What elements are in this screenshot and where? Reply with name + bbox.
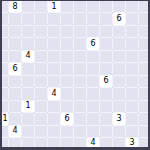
grid-cell[interactable] [113, 38, 125, 50]
grid-cell[interactable] [87, 76, 99, 88]
grid-cell[interactable] [126, 13, 138, 25]
grid-cell[interactable] [74, 51, 86, 63]
grid-cell[interactable] [61, 63, 73, 75]
grid-cell[interactable] [126, 88, 138, 100]
grid-cell[interactable] [35, 38, 47, 50]
grid-cell[interactable] [35, 113, 47, 125]
grid-cell[interactable] [87, 13, 99, 25]
grid-cell[interactable] [100, 51, 112, 63]
grid-cell[interactable] [139, 76, 148, 88]
grid-cell[interactable] [126, 51, 138, 63]
grid-cell[interactable] [9, 38, 21, 50]
grid-cell[interactable] [113, 101, 125, 113]
grid-cell[interactable] [9, 51, 21, 63]
grid-cell[interactable] [126, 1, 138, 12]
clue-cell-r1c9: 6 [113, 13, 125, 25]
grid-cell[interactable] [61, 13, 73, 25]
grid-cell[interactable] [100, 1, 112, 12]
grid-cell[interactable] [113, 1, 125, 12]
grid-cell[interactable] [2, 26, 8, 38]
grid-cell[interactable] [2, 138, 8, 147]
grid-cell[interactable] [139, 88, 148, 100]
grid-cell[interactable] [48, 138, 60, 147]
grid-cell[interactable] [139, 13, 148, 25]
grid-cell[interactable] [22, 38, 34, 50]
grid-cell[interactable] [87, 26, 99, 38]
clue-cell-r11c7: 4 [87, 138, 99, 147]
grid-cell[interactable] [126, 38, 138, 50]
grid-cell[interactable] [113, 88, 125, 100]
grid-cell[interactable] [48, 101, 60, 113]
grid-cell[interactable] [22, 76, 34, 88]
grid-cell[interactable] [113, 26, 125, 38]
grid-cell[interactable] [100, 38, 112, 50]
grid-cell[interactable] [9, 13, 21, 25]
grid-cell[interactable] [22, 113, 34, 125]
grid-cell[interactable] [9, 113, 21, 125]
clue-cell-r5c1: 6 [9, 63, 21, 75]
grid-cell[interactable] [9, 88, 21, 100]
grid-cell[interactable] [74, 1, 86, 12]
grid-cell[interactable] [22, 63, 34, 75]
grid-cell[interactable] [48, 63, 60, 75]
grid-cell[interactable] [126, 101, 138, 113]
grid-cell[interactable] [139, 38, 148, 50]
grid-cell[interactable] [100, 101, 112, 113]
grid-cell[interactable] [74, 76, 86, 88]
grid-cell[interactable] [2, 88, 8, 100]
grid-cell[interactable] [35, 63, 47, 75]
grid-cell[interactable] [113, 76, 125, 88]
grid-cell[interactable] [100, 63, 112, 75]
grid-cell[interactable] [61, 38, 73, 50]
grid-cell[interactable] [61, 1, 73, 12]
grid-cell[interactable] [74, 113, 86, 125]
grid-cell[interactable] [48, 51, 60, 63]
grid-cell[interactable] [74, 13, 86, 25]
grid-cell[interactable] [100, 13, 112, 25]
grid-cell[interactable] [61, 26, 73, 38]
grid-cell[interactable] [100, 138, 112, 147]
grid-cell[interactable] [22, 13, 34, 25]
grid-cell[interactable] [113, 126, 125, 138]
grid-cell[interactable] [48, 76, 60, 88]
grid-cell[interactable] [126, 126, 138, 138]
grid-cell[interactable] [2, 51, 8, 63]
grid-cell[interactable] [139, 26, 148, 38]
grid-cell[interactable] [139, 51, 148, 63]
grid-cell[interactable] [2, 38, 8, 50]
grid-cell[interactable] [48, 26, 60, 38]
grid-cell[interactable] [74, 26, 86, 38]
grid-cell[interactable] [9, 76, 21, 88]
grid-cell[interactable] [61, 126, 73, 138]
clue-cell-r0c4: 1 [48, 1, 60, 12]
grid-cell[interactable] [74, 88, 86, 100]
grid-cell[interactable] [87, 51, 99, 63]
grid-cell[interactable] [139, 138, 148, 147]
grid-cell[interactable] [2, 63, 8, 75]
grid-cell[interactable] [100, 126, 112, 138]
grid-cell[interactable] [87, 63, 99, 75]
grid-cell[interactable] [35, 126, 47, 138]
grid-cell[interactable] [100, 26, 112, 38]
clue-cell-r9c9: 3 [113, 113, 125, 125]
grid-cell[interactable] [139, 126, 148, 138]
grid-cell[interactable] [87, 88, 99, 100]
grid-cell[interactable] [22, 88, 34, 100]
clue-cell-r8c2: 1 [22, 101, 34, 113]
grid-cell[interactable] [126, 26, 138, 38]
grid-cell[interactable] [61, 76, 73, 88]
grid-cell[interactable] [22, 26, 34, 38]
grid-cell[interactable] [35, 26, 47, 38]
grid-cell[interactable] [9, 101, 21, 113]
grid-cell[interactable] [139, 113, 148, 125]
grid-cell[interactable] [2, 1, 8, 12]
grid-cell[interactable] [139, 1, 148, 12]
grid-cell[interactable] [126, 63, 138, 75]
grid-cell[interactable] [74, 138, 86, 147]
grid-cell[interactable] [87, 101, 99, 113]
grid-cell[interactable] [35, 51, 47, 63]
grid-cell[interactable] [35, 138, 47, 147]
grid-cell[interactable] [113, 63, 125, 75]
grid-cell[interactable] [100, 88, 112, 100]
grid-cell[interactable] [35, 1, 47, 12]
grid-cell[interactable] [87, 126, 99, 138]
grid-cell[interactable] [2, 76, 8, 88]
puzzle-grid: 816646641163443 [2, 1, 148, 147]
clue-cell-r9c0: 1 [2, 113, 8, 125]
grid-cell[interactable] [35, 101, 47, 113]
grid-cell[interactable] [61, 138, 73, 147]
clue-cell-r0c1: 8 [9, 1, 21, 12]
grid-cell[interactable] [48, 126, 60, 138]
grid-cell[interactable] [126, 76, 138, 88]
grid-cell[interactable] [48, 38, 60, 50]
grid-cell[interactable] [87, 113, 99, 125]
clue-cell-r10c1: 4 [9, 126, 21, 138]
grid-cell[interactable] [61, 51, 73, 63]
clue-cell-r6c8: 6 [100, 76, 112, 88]
grid-cell[interactable] [74, 38, 86, 50]
grid-cell[interactable] [48, 113, 60, 125]
grid-cell[interactable] [139, 63, 148, 75]
clue-cell-r9c5: 6 [61, 113, 73, 125]
grid-cell[interactable] [139, 101, 148, 113]
grid-cell[interactable] [74, 101, 86, 113]
grid-cell[interactable] [22, 1, 34, 12]
grid-cell[interactable] [61, 101, 73, 113]
clue-cell-r3c7: 6 [87, 38, 99, 50]
grid-cell[interactable] [126, 113, 138, 125]
grid-cell[interactable] [9, 138, 21, 147]
grid-cell[interactable] [22, 126, 34, 138]
grid-cell[interactable] [22, 138, 34, 147]
grid-cell[interactable] [35, 88, 47, 100]
grid-cell[interactable] [35, 13, 47, 25]
puzzle-board: 816646641163443 [0, 0, 150, 150]
grid-cell[interactable] [74, 126, 86, 138]
grid-cell[interactable] [48, 13, 60, 25]
grid-cell[interactable] [2, 101, 8, 113]
grid-cell[interactable] [61, 88, 73, 100]
grid-cell[interactable] [113, 51, 125, 63]
grid-cell[interactable] [2, 126, 8, 138]
grid-cell[interactable] [74, 63, 86, 75]
grid-cell[interactable] [9, 26, 21, 38]
grid-cell[interactable] [35, 76, 47, 88]
clue-cell-r7c4: 4 [48, 88, 60, 100]
clue-cell-r11c10: 3 [126, 138, 138, 147]
clue-cell-r4c2: 4 [22, 51, 34, 63]
grid-cell[interactable] [87, 1, 99, 12]
grid-cell[interactable] [113, 138, 125, 147]
grid-cell[interactable] [100, 113, 112, 125]
grid-cell[interactable] [2, 13, 8, 25]
